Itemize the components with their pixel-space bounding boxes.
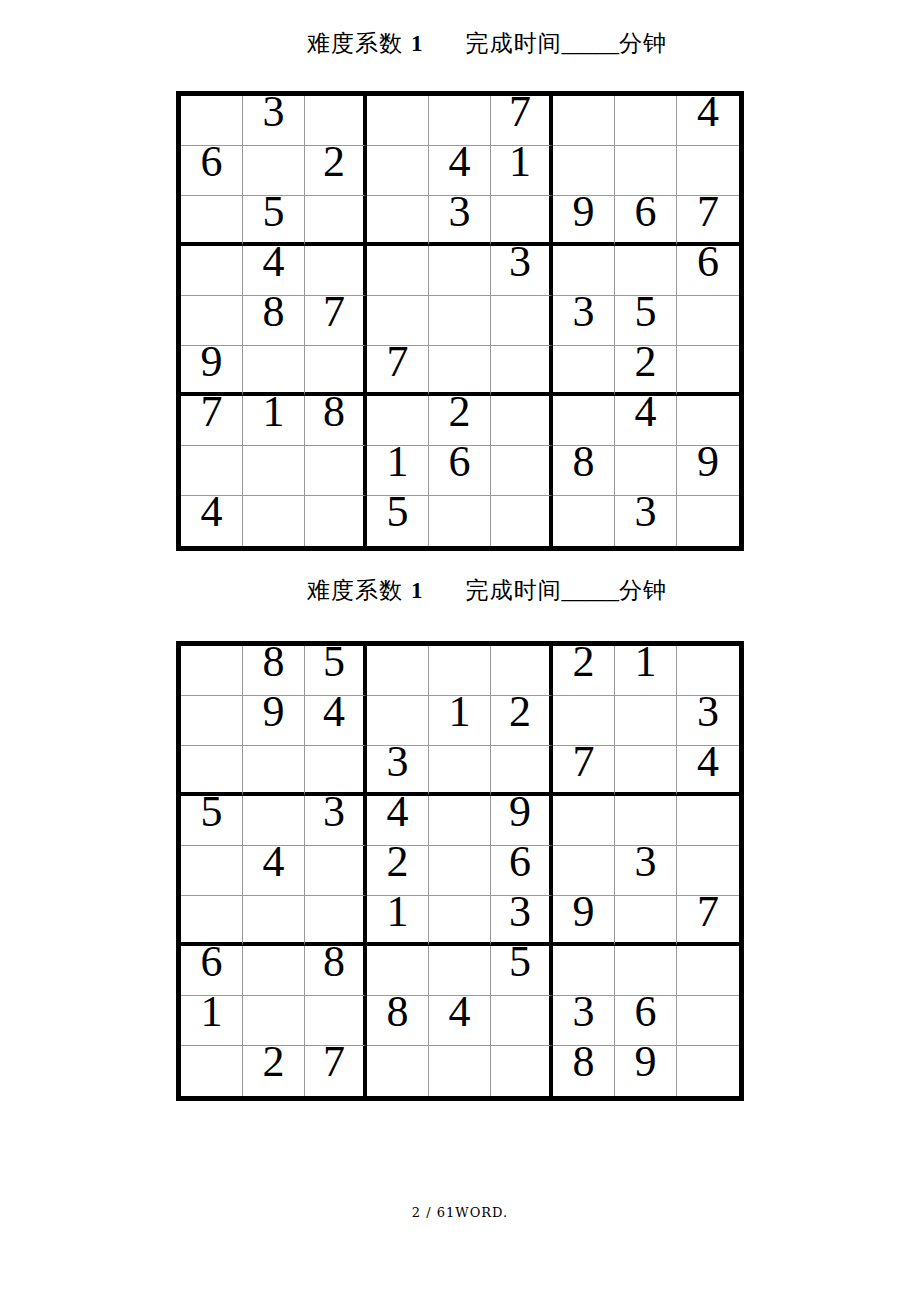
sudoku-board-1: 3746241539674368735972718241689453 <box>176 91 744 551</box>
cell-r2c1 <box>181 696 243 746</box>
cell-r3c5 <box>429 746 491 796</box>
cell-r9c9 <box>677 496 739 546</box>
cell-r9c9 <box>677 1046 739 1096</box>
cell-r2c3: 4 <box>305 696 367 746</box>
cell-r1c7 <box>553 96 615 146</box>
cell-r7c9 <box>677 946 739 996</box>
cell-r3c7: 9 <box>553 196 615 246</box>
cell-r2c6: 1 <box>491 146 553 196</box>
puzzle-1-difficulty-label: 难度系数 <box>307 31 403 56</box>
cell-r5c5 <box>429 296 491 346</box>
cell-r7c6 <box>491 396 553 446</box>
cell-r8c6 <box>491 996 553 1046</box>
cell-r7c3: 8 <box>305 946 367 996</box>
cell-r1c4 <box>367 646 429 696</box>
cell-r8c2 <box>243 446 305 496</box>
cell-r3c3 <box>305 196 367 246</box>
cell-r1c8: 1 <box>615 646 677 696</box>
cell-r9c3: 7 <box>305 1046 367 1096</box>
cell-r5c2: 8 <box>243 296 305 346</box>
cell-r5c7: 3 <box>553 296 615 346</box>
cell-r5c6 <box>491 296 553 346</box>
cell-r9c6 <box>491 1046 553 1096</box>
cell-r8c7: 8 <box>553 446 615 496</box>
cell-r5c8: 3 <box>615 846 677 896</box>
cell-r2c6: 2 <box>491 696 553 746</box>
cell-r9c3 <box>305 496 367 546</box>
cell-r7c6: 5 <box>491 946 553 996</box>
cell-r3c8: 6 <box>615 196 677 246</box>
cell-r1c4 <box>367 96 429 146</box>
cell-r9c4 <box>367 1046 429 1096</box>
cell-r4c6: 3 <box>491 246 553 296</box>
cell-r5c5 <box>429 846 491 896</box>
cell-r2c1: 6 <box>181 146 243 196</box>
cell-r3c4 <box>367 196 429 246</box>
cell-r5c9 <box>677 296 739 346</box>
cell-r8c4: 8 <box>367 996 429 1046</box>
cell-r7c2: 1 <box>243 396 305 446</box>
cell-r1c8 <box>615 96 677 146</box>
cell-r3c5: 3 <box>429 196 491 246</box>
cell-r7c3: 8 <box>305 396 367 446</box>
cell-r5c1 <box>181 846 243 896</box>
cell-r9c2 <box>243 496 305 546</box>
puzzle-1-difficulty-value: 1 <box>411 31 424 56</box>
cell-r6c8 <box>615 896 677 946</box>
cell-r2c3: 2 <box>305 146 367 196</box>
cell-r6c6 <box>491 346 553 396</box>
cell-r9c7: 8 <box>553 1046 615 1096</box>
cell-r3c7: 7 <box>553 746 615 796</box>
cell-r2c5: 1 <box>429 696 491 746</box>
cell-r8c5: 6 <box>429 446 491 496</box>
cell-r8c9 <box>677 996 739 1046</box>
page-footer: 2 / 61WORD. <box>0 1205 920 1220</box>
puzzle-2-time-unit: 分钟 <box>619 578 667 603</box>
cell-r2c4 <box>367 146 429 196</box>
puzzle-1-title: 难度系数1完成时间_____分钟 <box>0 28 920 54</box>
cell-r7c8: 4 <box>615 396 677 446</box>
worksheet-page: 难度系数1完成时间_____分钟 37462415396743687359727… <box>0 0 920 1302</box>
puzzle-2-time-label: 完成时间 <box>466 578 562 603</box>
cell-r5c2: 4 <box>243 846 305 896</box>
cell-r1c7: 2 <box>553 646 615 696</box>
puzzle-2-difficulty-label: 难度系数 <box>307 578 403 603</box>
cell-r9c1 <box>181 1046 243 1096</box>
cell-r4c4 <box>367 246 429 296</box>
cell-r9c7 <box>553 496 615 546</box>
puzzle-1-time-label: 完成时间 <box>466 31 562 56</box>
cell-r4c5 <box>429 246 491 296</box>
cell-r4c9 <box>677 796 739 846</box>
cell-r9c5 <box>429 496 491 546</box>
cell-r8c9: 9 <box>677 446 739 496</box>
cell-r7c2 <box>243 946 305 996</box>
cell-r4c1: 5 <box>181 796 243 846</box>
cell-r5c3: 7 <box>305 296 367 346</box>
cell-r4c7 <box>553 796 615 846</box>
cell-r3c9: 4 <box>677 746 739 796</box>
cell-r8c6 <box>491 446 553 496</box>
cell-r6c2 <box>243 896 305 946</box>
puzzle-1-time-blank: _____ <box>562 31 620 56</box>
puzzle-2-time-blank: _____ <box>562 578 620 603</box>
cell-r2c2: 9 <box>243 696 305 746</box>
cell-r7c1: 7 <box>181 396 243 446</box>
cell-r4c3: 3 <box>305 796 367 846</box>
cell-r9c6 <box>491 496 553 546</box>
cell-r8c5: 4 <box>429 996 491 1046</box>
cell-r1c9: 4 <box>677 96 739 146</box>
puzzle-2-title: 难度系数1完成时间_____分钟 <box>0 575 920 601</box>
cell-r5c3 <box>305 846 367 896</box>
cell-r9c8: 3 <box>615 496 677 546</box>
cell-r6c7: 9 <box>553 896 615 946</box>
cell-r9c5 <box>429 1046 491 1096</box>
cell-r1c1 <box>181 646 243 696</box>
cell-r4c1 <box>181 246 243 296</box>
cell-r6c9: 7 <box>677 896 739 946</box>
cell-r9c4: 5 <box>367 496 429 546</box>
cell-r6c7 <box>553 346 615 396</box>
cell-r4c5 <box>429 796 491 846</box>
cell-r8c1: 1 <box>181 996 243 1046</box>
cell-r6c9 <box>677 346 739 396</box>
cell-r8c3 <box>305 446 367 496</box>
cell-r6c4: 7 <box>367 346 429 396</box>
cell-r9c2: 2 <box>243 1046 305 1096</box>
cell-r3c2 <box>243 746 305 796</box>
sudoku-board-2: 852194123374534942631397685184362789 <box>176 641 744 1101</box>
puzzle-2-difficulty-value: 1 <box>411 578 424 603</box>
cell-r3c8 <box>615 746 677 796</box>
cell-r4c9: 6 <box>677 246 739 296</box>
cell-r6c5 <box>429 896 491 946</box>
cell-r9c1: 4 <box>181 496 243 546</box>
cell-r3c1 <box>181 196 243 246</box>
cell-r2c8 <box>615 696 677 746</box>
cell-r1c2: 3 <box>243 96 305 146</box>
puzzle-1-time-unit: 分钟 <box>619 31 667 56</box>
cell-r9c8: 9 <box>615 1046 677 1096</box>
cell-r6c4: 1 <box>367 896 429 946</box>
